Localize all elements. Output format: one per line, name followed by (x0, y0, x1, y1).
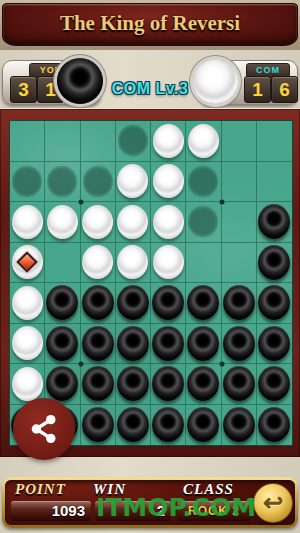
board-cell-f7[interactable] (186, 364, 221, 405)
point-label: POINT (15, 481, 66, 498)
board-cell-d2[interactable] (116, 162, 151, 203)
white-disc (12, 286, 43, 320)
board-cell-a2[interactable] (10, 162, 45, 203)
share-button[interactable] (13, 398, 75, 460)
board-cell-g1[interactable] (222, 121, 257, 162)
black-disc (152, 326, 184, 361)
board-cell-c3[interactable] (81, 202, 116, 243)
black-disc (258, 326, 290, 361)
black-disc (152, 366, 184, 401)
board-cell-g5[interactable] (222, 283, 257, 324)
board-cell-b1[interactable] (45, 121, 80, 162)
black-disc (152, 407, 184, 442)
board-cell-h4[interactable] (257, 243, 292, 284)
board-cell-e3[interactable] (151, 202, 186, 243)
board-cell-d6[interactable] (116, 324, 151, 365)
board-cell-b6[interactable] (45, 324, 80, 365)
board-cell-b3[interactable] (45, 202, 80, 243)
white-disc (153, 164, 184, 198)
board-cell-d7[interactable] (116, 364, 151, 405)
white-disc (153, 245, 184, 279)
board-cell-d8[interactable] (116, 405, 151, 446)
board-cell-h2[interactable] (257, 162, 292, 203)
black-disc (223, 285, 255, 320)
white-disc (12, 205, 43, 239)
board-cell-a4[interactable] (10, 243, 45, 284)
share-icon (27, 412, 61, 446)
opponent-score-digit-tens: 1 (244, 76, 271, 103)
board-cell-c6[interactable] (81, 324, 116, 365)
black-disc (82, 366, 114, 401)
black-disc (258, 285, 290, 320)
board-cell-g6[interactable] (222, 324, 257, 365)
board-cell-a3[interactable] (10, 202, 45, 243)
board-cell-f8[interactable] (186, 405, 221, 446)
board-cell-e6[interactable] (151, 324, 186, 365)
board-cell-h6[interactable] (257, 324, 292, 365)
black-disc (258, 204, 290, 239)
black-disc (187, 326, 219, 361)
black-disc (187, 366, 219, 401)
legal-move-hint[interactable] (118, 124, 148, 157)
board-cell-f5[interactable] (186, 283, 221, 324)
game-screen: The King of Reversi YOU 3 1 COM Lv.3 COM… (0, 0, 300, 533)
watermark: ITMOP.COM (96, 493, 256, 522)
board-cell-f1[interactable] (186, 121, 221, 162)
board-cell-h8[interactable] (257, 405, 292, 446)
black-disc (223, 366, 255, 401)
star-point (78, 362, 83, 367)
white-disc (82, 205, 113, 239)
board-cell-g8[interactable] (222, 405, 257, 446)
board-cell-d1[interactable] (116, 121, 151, 162)
star-point (78, 200, 83, 205)
board-cell-f2[interactable] (186, 162, 221, 203)
black-disc (82, 407, 114, 442)
point-value-box: 1093 (11, 501, 91, 521)
white-disc (117, 164, 148, 198)
black-disc (223, 407, 255, 442)
board-cell-c7[interactable] (81, 364, 116, 405)
board-cell-e1[interactable] (151, 121, 186, 162)
board-cell-b4[interactable] (45, 243, 80, 284)
page-title: The King of Reversi (0, 0, 300, 44)
legal-move-hint[interactable] (47, 165, 77, 198)
white-disc (82, 245, 113, 279)
black-disc (187, 285, 219, 320)
legal-move-hint[interactable] (188, 165, 218, 198)
black-disc (82, 285, 114, 320)
opponent-score-panel: COM 1 6 (199, 60, 298, 105)
black-disc (82, 326, 114, 361)
white-disc (153, 205, 184, 239)
board-cell-f4[interactable] (186, 243, 221, 284)
board-cell-c1[interactable] (81, 121, 116, 162)
board-cell-h1[interactable] (257, 121, 292, 162)
board-cell-e8[interactable] (151, 405, 186, 446)
board-cell-e4[interactable] (151, 243, 186, 284)
black-disc (258, 245, 290, 280)
black-disc (117, 366, 149, 401)
undo-icon: ↩ (263, 491, 283, 515)
black-disc (117, 326, 149, 361)
black-disc (223, 326, 255, 361)
legal-move-hint[interactable] (12, 165, 42, 198)
black-disc (258, 366, 290, 401)
black-disc (152, 285, 184, 320)
board-cell-h7[interactable] (257, 364, 292, 405)
legal-move-hint[interactable] (188, 205, 218, 238)
board-cell-h5[interactable] (257, 283, 292, 324)
title-banner: The King of Reversi (0, 0, 300, 50)
white-disc (47, 205, 78, 239)
black-disc (46, 366, 78, 401)
board-cell-d5[interactable] (116, 283, 151, 324)
opponent-score-digit-ones: 6 (271, 76, 298, 103)
board-cell-g3[interactable] (222, 202, 257, 243)
board-cell-h3[interactable] (257, 202, 292, 243)
board-cell-g2[interactable] (222, 162, 257, 203)
board-cell-c4[interactable] (81, 243, 116, 284)
board-cell-a5[interactable] (10, 283, 45, 324)
board-cell-b5[interactable] (45, 283, 80, 324)
reversi-board (9, 120, 293, 446)
board-grid (10, 121, 292, 445)
board-cell-b2[interactable] (45, 162, 80, 203)
black-disc (46, 285, 78, 320)
board-cell-g7[interactable] (222, 364, 257, 405)
board-cell-d4[interactable] (116, 243, 151, 284)
black-disc (117, 407, 149, 442)
black-disc (258, 407, 290, 442)
white-disc (117, 205, 148, 239)
board-cell-d3[interactable] (116, 202, 151, 243)
legal-move-hint[interactable] (83, 165, 113, 198)
white-disc (153, 124, 184, 158)
opponent-white-disc (193, 59, 238, 104)
white-disc (12, 326, 43, 360)
white-disc (117, 245, 148, 279)
board-cell-f3[interactable] (186, 202, 221, 243)
board-cell-e7[interactable] (151, 364, 186, 405)
board-cell-c8[interactable] (81, 405, 116, 446)
board-cell-a1[interactable] (10, 121, 45, 162)
black-disc (117, 285, 149, 320)
board-cell-f6[interactable] (186, 324, 221, 365)
board-cell-c2[interactable] (81, 162, 116, 203)
black-disc (187, 407, 219, 442)
white-disc (12, 367, 43, 401)
star-point (219, 362, 224, 367)
point-value: 1093 (11, 501, 91, 521)
board-cell-c5[interactable] (81, 283, 116, 324)
undo-button[interactable]: ↩ (253, 483, 293, 523)
white-disc (188, 124, 219, 158)
board-cell-a6[interactable] (10, 324, 45, 365)
board-cell-e5[interactable] (151, 283, 186, 324)
board-cell-e2[interactable] (151, 162, 186, 203)
board-cell-g4[interactable] (222, 243, 257, 284)
star-point (219, 200, 224, 205)
black-disc (46, 326, 78, 361)
